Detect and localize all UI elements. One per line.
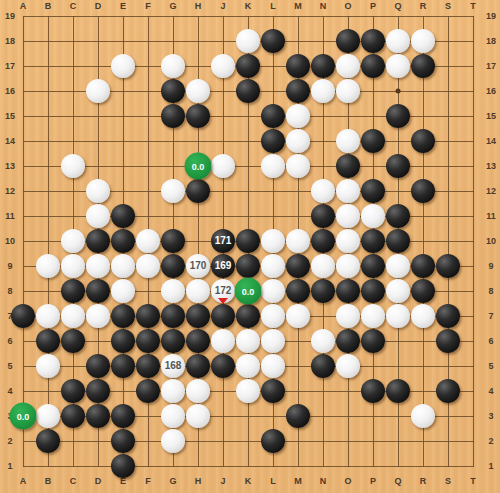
white-stone-H8 [186,279,210,303]
black-stone-C3 [61,404,85,428]
white-stone-O14 [336,129,360,153]
black-stone-P9 [361,254,385,278]
black-stone-S9 [436,254,460,278]
coord-label-row: 15 [486,111,496,121]
black-stone-K17 [236,54,260,78]
grid-line-vertical [473,16,474,467]
white-stone-H16 [186,79,210,103]
coord-label-row: 2 [488,436,493,446]
white-stone-L8 [261,279,285,303]
black-stone-C6 [61,329,85,353]
coord-label-row: 14 [486,136,496,146]
white-stone-N12 [311,179,335,203]
black-stone-F5 [136,354,160,378]
black-stone-R14 [411,129,435,153]
white-stone-G5: 168 [161,354,185,378]
black-stone-E10 [111,229,135,253]
black-stone-Q15 [386,104,410,128]
black-stone-M9 [286,254,310,278]
coord-label-row: 14 [5,136,15,146]
white-stone-G3 [161,404,185,428]
coord-label-row: 6 [488,336,493,346]
coord-label-column: G [169,476,176,486]
score-estimate-value: 0.0 [192,161,205,171]
coord-label-row: 13 [486,161,496,171]
white-stone-O5 [336,354,360,378]
coord-label-column: O [344,1,351,11]
white-stone-G4 [161,379,185,403]
coord-label-row: 19 [5,11,15,21]
white-stone-O9 [336,254,360,278]
white-stone-M7 [286,304,310,328]
coord-label-row: 16 [486,86,496,96]
white-stone-N6 [311,329,335,353]
white-stone-R3 [411,404,435,428]
black-stone-D4 [86,379,110,403]
black-stone-E6 [111,329,135,353]
black-stone-B6 [36,329,60,353]
grid-line-horizontal [23,466,474,467]
black-stone-K10 [236,229,260,253]
white-stone-M14 [286,129,310,153]
grid-line-vertical [423,16,424,467]
coord-label-column: D [95,1,102,11]
black-stone-M16 [286,79,310,103]
white-stone-K6 [236,329,260,353]
black-stone-N10 [311,229,335,253]
coord-label-row: 3 [488,411,493,421]
score-estimate-marker-H13[interactable]: 0.0 [185,153,212,180]
coord-label-row: 16 [5,86,15,96]
black-stone-N17 [311,54,335,78]
coord-label-row: 11 [5,211,15,221]
white-stone-D9 [86,254,110,278]
black-stone-R17 [411,54,435,78]
white-stone-B3 [36,404,60,428]
white-stone-Q9 [386,254,410,278]
black-stone-L14 [261,129,285,153]
coord-label-column: S [445,476,451,486]
black-stone-R12 [411,179,435,203]
black-stone-S4 [436,379,460,403]
white-stone-Q8 [386,279,410,303]
black-stone-R9 [411,254,435,278]
black-stone-E11 [111,204,135,228]
white-stone-D16 [86,79,110,103]
black-stone-R8 [411,279,435,303]
white-stone-L10 [261,229,285,253]
coord-label-row: 1 [488,461,493,471]
white-stone-C13 [61,154,85,178]
black-stone-P4 [361,379,385,403]
score-estimate-value: 0.0 [242,286,255,296]
coord-label-row: 9 [7,261,12,271]
white-stone-N16 [311,79,335,103]
white-stone-M13 [286,154,310,178]
white-stone-L6 [261,329,285,353]
coord-label-column: B [45,476,52,486]
coord-label-row: 7 [488,311,493,321]
black-stone-E1 [111,454,135,478]
white-stone-R7 [411,304,435,328]
black-stone-B2 [36,429,60,453]
black-stone-N8 [311,279,335,303]
black-stone-G6 [161,329,185,353]
white-stone-J13 [211,154,235,178]
white-stone-G12 [161,179,185,203]
coord-label-column: L [270,1,276,11]
coord-label-column: P [370,1,376,11]
move-number-label: 172 [215,286,232,296]
black-stone-H5 [186,354,210,378]
white-stone-O10 [336,229,360,253]
score-estimate-marker-K8[interactable]: 0.0 [235,278,262,305]
white-stone-M15 [286,104,310,128]
black-stone-L2 [261,429,285,453]
coord-label-row: 15 [5,111,15,121]
white-stone-H4 [186,379,210,403]
black-stone-P10 [361,229,385,253]
white-stone-K5 [236,354,260,378]
white-stone-B9 [36,254,60,278]
coord-label-column: K [245,476,252,486]
white-stone-C10 [61,229,85,253]
black-stone-H12 [186,179,210,203]
coord-label-row: 8 [7,286,12,296]
white-stone-H3 [186,404,210,428]
coord-label-row: 5 [488,361,493,371]
white-stone-Q18 [386,29,410,53]
white-stone-D12 [86,179,110,203]
score-estimate-marker-A3[interactable]: 0.0 [10,403,37,430]
coord-label-column: S [445,1,451,11]
black-stone-Q11 [386,204,410,228]
coord-label-column: H [195,476,202,486]
white-stone-E8 [111,279,135,303]
coord-label-column: T [470,1,476,11]
black-stone-J9: 169 [211,254,235,278]
white-stone-G17 [161,54,185,78]
black-stone-P17 [361,54,385,78]
black-stone-O6 [336,329,360,353]
white-stone-L5 [261,354,285,378]
white-stone-B5 [36,354,60,378]
coord-label-column: F [145,476,151,486]
black-stone-L18 [261,29,285,53]
coord-label-row: 10 [5,236,15,246]
move-number-label: 168 [165,361,182,371]
black-stone-Q13 [386,154,410,178]
black-stone-M3 [286,404,310,428]
white-stone-E9 [111,254,135,278]
black-stone-G10 [161,229,185,253]
white-stone-D11 [86,204,110,228]
black-stone-S6 [436,329,460,353]
black-stone-N5 [311,354,335,378]
black-stone-L15 [261,104,285,128]
black-stone-E5 [111,354,135,378]
black-stone-E2 [111,429,135,453]
coord-label-row: 6 [7,336,12,346]
white-stone-F10 [136,229,160,253]
black-stone-K7 [236,304,260,328]
black-stone-D3 [86,404,110,428]
coord-label-column: P [370,476,376,486]
white-stone-E17 [111,54,135,78]
white-stone-L7 [261,304,285,328]
white-stone-R18 [411,29,435,53]
coord-label-column: A [20,1,27,11]
coord-label-row: 4 [7,386,12,396]
coord-label-column: L [270,476,276,486]
black-stone-G15 [161,104,185,128]
coord-label-column: N [320,1,327,11]
grid-line-horizontal [23,441,474,442]
coord-label-row: 13 [5,161,15,171]
coord-label-column: M [294,476,302,486]
black-stone-P6 [361,329,385,353]
black-stone-N11 [311,204,335,228]
black-stone-P14 [361,129,385,153]
coord-label-column: G [169,1,176,11]
white-stone-K18 [236,29,260,53]
coord-label-column: K [245,1,252,11]
black-stone-O18 [336,29,360,53]
white-stone-O11 [336,204,360,228]
white-stone-O7 [336,304,360,328]
black-stone-E7 [111,304,135,328]
white-stone-J6 [211,329,235,353]
white-stone-K4 [236,379,260,403]
coord-label-column: R [420,1,427,11]
black-stone-J7 [211,304,235,328]
white-stone-O17 [336,54,360,78]
score-estimate-value: 0.0 [17,411,30,421]
coord-label-row: 8 [488,286,493,296]
white-stone-Q17 [386,54,410,78]
coord-label-column: A [20,476,27,486]
coord-label-row: 12 [486,186,496,196]
black-stone-O8 [336,279,360,303]
white-stone-O16 [336,79,360,103]
black-stone-G16 [161,79,185,103]
coord-label-row: 17 [486,61,496,71]
coord-label-row: 5 [7,361,12,371]
coord-label-row: 10 [486,236,496,246]
coord-label-column: J [220,1,225,11]
black-stone-S7 [436,304,460,328]
move-number-label: 170 [190,261,207,271]
black-stone-G9 [161,254,185,278]
coord-label-column: O [344,476,351,486]
white-stone-P11 [361,204,385,228]
white-stone-Q7 [386,304,410,328]
coord-label-row: 12 [5,186,15,196]
coord-label-row: 2 [7,436,12,446]
coord-label-column: M [294,1,302,11]
white-stone-M10 [286,229,310,253]
black-stone-K9 [236,254,260,278]
black-stone-H15 [186,104,210,128]
black-stone-E3 [111,404,135,428]
white-stone-F9 [136,254,160,278]
white-stone-C9 [61,254,85,278]
white-stone-H9: 170 [186,254,210,278]
black-stone-M8 [286,279,310,303]
coord-label-column: B [45,1,52,11]
black-stone-P8 [361,279,385,303]
coord-label-column: N [320,476,327,486]
black-stone-Q10 [386,229,410,253]
star-point [396,89,401,94]
white-stone-O12 [336,179,360,203]
black-stone-J10: 171 [211,229,235,253]
black-stone-F6 [136,329,160,353]
black-stone-O13 [336,154,360,178]
black-stone-A7 [11,304,35,328]
coord-label-row: 4 [488,386,493,396]
go-board[interactable]: AABBCCDDEEFFGGHHJJKKLLMMNNOOPPQQRRSSTT19… [0,0,500,493]
black-stone-L4 [261,379,285,403]
white-stone-J8: 172 [211,279,235,303]
black-stone-P18 [361,29,385,53]
black-stone-G7 [161,304,185,328]
coord-label-column: Q [394,476,401,486]
coord-label-column: J [220,476,225,486]
black-stone-H7 [186,304,210,328]
black-stone-D8 [86,279,110,303]
coord-label-row: 18 [486,36,496,46]
black-stone-C8 [61,279,85,303]
coord-label-row: 18 [5,36,15,46]
white-stone-P7 [361,304,385,328]
coord-label-column: C [70,476,77,486]
black-stone-J5 [211,354,235,378]
black-stone-F4 [136,379,160,403]
black-stone-M17 [286,54,310,78]
black-stone-C4 [61,379,85,403]
coord-label-column: D [95,476,102,486]
black-stone-D5 [86,354,110,378]
coord-label-column: H [195,1,202,11]
black-stone-K16 [236,79,260,103]
coord-label-column: T [470,476,476,486]
black-stone-D10 [86,229,110,253]
black-stone-F7 [136,304,160,328]
coord-label-row: 11 [486,211,496,221]
white-stone-N9 [311,254,335,278]
black-stone-H6 [186,329,210,353]
white-stone-G2 [161,429,185,453]
coord-label-row: 19 [486,11,496,21]
white-stone-B7 [36,304,60,328]
move-number-label: 169 [215,261,232,271]
coord-label-row: 9 [488,261,493,271]
coord-label-column: R [420,476,427,486]
coord-label-column: C [70,1,77,11]
coord-label-column: Q [394,1,401,11]
coord-label-row: 17 [5,61,15,71]
black-stone-P12 [361,179,385,203]
black-stone-Q4 [386,379,410,403]
white-stone-D7 [86,304,110,328]
white-stone-J17 [211,54,235,78]
white-stone-C7 [61,304,85,328]
move-number-label: 171 [215,236,232,246]
coord-label-column: E [120,1,126,11]
coord-label-row: 1 [7,461,12,471]
white-stone-G8 [161,279,185,303]
white-stone-L13 [261,154,285,178]
coord-label-column: F [145,1,151,11]
white-stone-L9 [261,254,285,278]
